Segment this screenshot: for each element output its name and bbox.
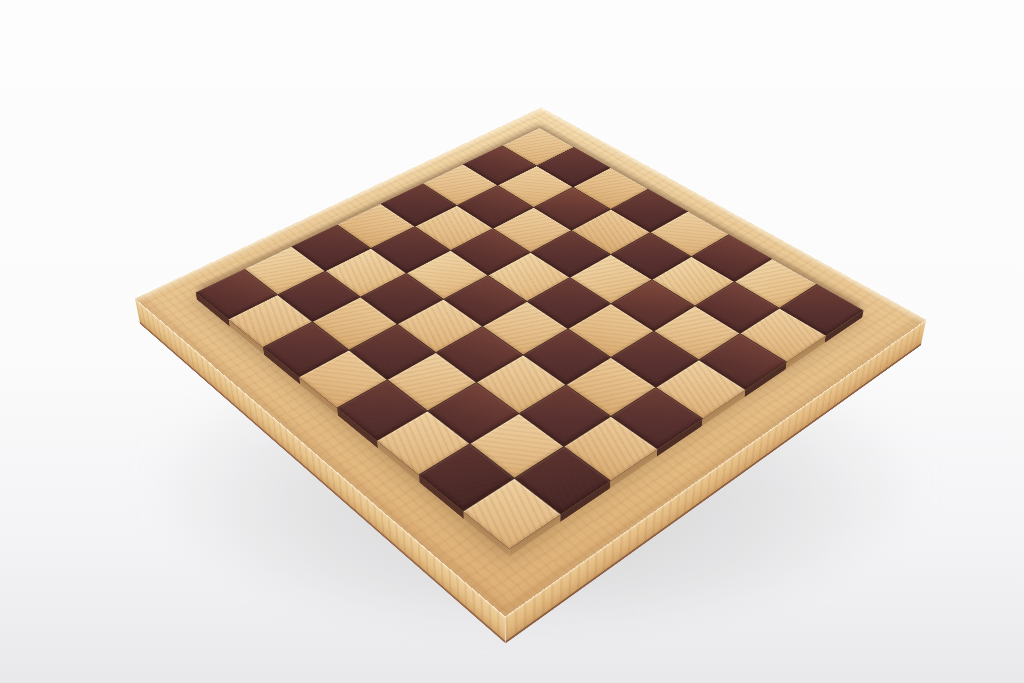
- square-d1: [299, 351, 386, 408]
- playing-surface-panel: [196, 128, 864, 549]
- square-h7: [741, 309, 826, 362]
- square-b1: [229, 295, 312, 347]
- square-d2: [350, 325, 435, 380]
- square-e3: [437, 327, 523, 382]
- square-f2: [428, 383, 518, 443]
- square-h1: [463, 479, 560, 549]
- photo-background: [0, 0, 1024, 683]
- board-frame: [135, 107, 926, 616]
- square-h2: [515, 447, 610, 514]
- board-grid: [196, 128, 864, 549]
- square-c2: [313, 297, 396, 349]
- square-f4: [524, 329, 610, 384]
- square-h5: [657, 360, 746, 418]
- square-h4: [612, 388, 703, 449]
- square-g2: [471, 414, 563, 478]
- square-h3: [565, 417, 658, 481]
- square-c1: [263, 322, 348, 377]
- wooden-chessboard: [135, 107, 926, 616]
- square-g1: [419, 444, 513, 511]
- square-g4: [567, 358, 655, 416]
- square-e4: [483, 302, 567, 355]
- square-g5: [612, 332, 699, 387]
- square-e1: [337, 380, 427, 440]
- square-f5: [569, 304, 653, 357]
- square-g6: [655, 306, 740, 359]
- square-f3: [477, 355, 565, 413]
- square-h6: [700, 334, 787, 390]
- square-g3: [520, 385, 610, 446]
- square-e2: [388, 353, 476, 410]
- scene: [0, 0, 1024, 683]
- square-f1: [377, 411, 469, 474]
- square-d3: [398, 300, 482, 352]
